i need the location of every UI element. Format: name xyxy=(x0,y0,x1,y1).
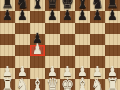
square-e6[interactable] xyxy=(60,23,75,34)
white-queen-d1[interactable]: ♛ xyxy=(45,75,60,90)
black-pawn-g7[interactable]: ♟ xyxy=(90,9,105,23)
square-g4[interactable] xyxy=(90,45,105,56)
square-d5[interactable] xyxy=(45,34,60,45)
black-pawn-b7[interactable]: ♟ xyxy=(15,9,30,23)
black-pawn-f7[interactable]: ♟ xyxy=(75,9,90,23)
square-d4[interactable] xyxy=(45,45,60,56)
white-pawn-c4[interactable]: ♟ xyxy=(30,43,45,57)
square-b6[interactable] xyxy=(15,23,30,34)
square-d6[interactable] xyxy=(45,23,60,34)
square-e4[interactable] xyxy=(60,45,75,56)
square-g6[interactable] xyxy=(90,23,105,34)
square-a6[interactable] xyxy=(0,23,15,34)
black-pawn-a7[interactable]: ♟ xyxy=(0,9,15,23)
white-king-e1[interactable]: ♚ xyxy=(60,75,75,90)
square-a5[interactable] xyxy=(0,34,15,45)
square-b5[interactable] xyxy=(15,34,30,45)
square-h6[interactable] xyxy=(105,23,120,34)
square-f4[interactable] xyxy=(75,45,90,56)
square-a4[interactable] xyxy=(0,45,15,56)
square-f6[interactable] xyxy=(75,23,90,34)
square-h5[interactable] xyxy=(105,34,120,45)
black-pawn-h7[interactable]: ♟ xyxy=(105,9,120,23)
chess-board: ♜♞♝♛♚♝♞♜♟♟♟♟♟♟♟♟♟♟♟♟♟♟♟♟♜♞♝♛♚♝♞♜ xyxy=(0,0,120,90)
white-knight-g1[interactable]: ♞ xyxy=(90,75,105,90)
square-e5[interactable] xyxy=(60,34,75,45)
square-b4[interactable] xyxy=(15,45,30,56)
square-f5[interactable] xyxy=(75,34,90,45)
square-g5[interactable] xyxy=(90,34,105,45)
square-c3[interactable] xyxy=(30,56,45,67)
black-pawn-d7[interactable]: ♟ xyxy=(45,9,60,23)
square-c7[interactable] xyxy=(30,11,45,22)
square-h4[interactable] xyxy=(105,45,120,56)
chess-app-screenshot: ♜♞♝♛♚♝♞♜♟♟♟♟♟♟♟♟♟♟♟♟♟♟♟♟♜♞♝♛♚♝♞♜ xyxy=(0,0,120,90)
white-bishop-c1[interactable]: ♝ xyxy=(30,75,45,90)
black-bishop-c8[interactable]: ♝ xyxy=(30,0,45,11)
white-rook-h1[interactable]: ♜ xyxy=(105,75,120,90)
white-rook-a1[interactable]: ♜ xyxy=(0,75,15,90)
white-knight-b1[interactable]: ♞ xyxy=(15,75,30,90)
white-bishop-f1[interactable]: ♝ xyxy=(75,75,90,90)
black-pawn-e7[interactable]: ♟ xyxy=(60,9,75,23)
